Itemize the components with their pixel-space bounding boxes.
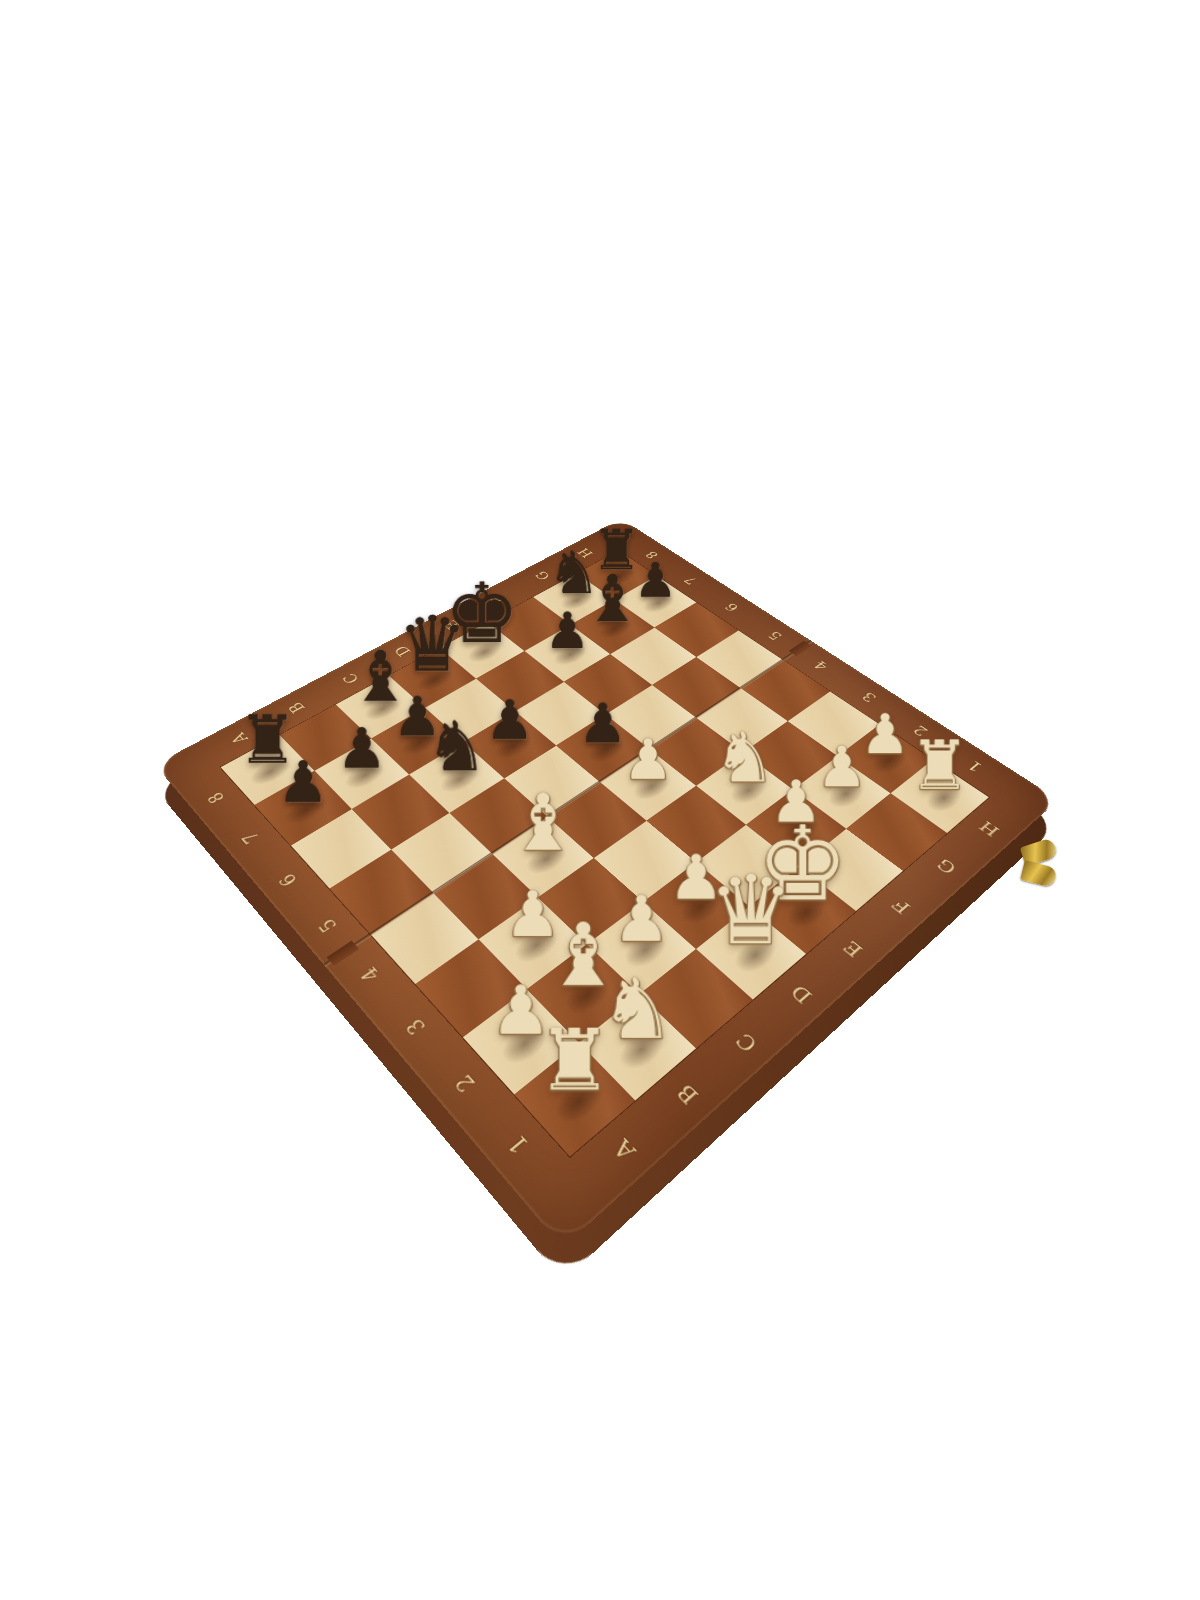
piece-black-pawn-f7: ♟ — [545, 606, 590, 656]
piece-white-pawn-g2: ♟ — [817, 739, 868, 795]
piece-white-knight-f3: ♞ — [714, 723, 776, 792]
product-photo-stage: ♜♝♛♚♞♜♟♟♟♟♝♟♞♟♟♝♟♟♞♟♝♟♟♟♟♟♜♞♛♚♜ AA88BB77… — [0, 0, 1200, 1600]
dovetail-joint-left — [327, 941, 360, 967]
rank-label-left-2: 2 — [443, 1064, 485, 1103]
perspective-container: ♜♝♛♚♞♜♟♟♟♟♝♟♞♟♟♝♟♟♞♟♝♟♟♟♟♟♜♞♛♚♜ AA88BB77… — [0, 0, 1200, 1600]
rank-label-right-7: 7 — [676, 572, 704, 590]
piece-black-pawn-e5: ♟ — [578, 697, 627, 751]
piece-white-queen-d1: ♛ — [708, 862, 794, 958]
rank-label-left-1: 1 — [496, 1124, 540, 1167]
piece-black-pawn-b7: ♟ — [337, 721, 387, 777]
board-grid: ♜♝♛♚♞♜♟♟♟♟♝♟♞♟♟♝♟♟♞♟♝♟♟♟♟♟♜♞♛♚♜ — [221, 551, 989, 1157]
square-d1: ♛ — [696, 906, 806, 999]
piece-white-bishop-c4: ♝ — [508, 783, 578, 862]
file-label-bottom-H: H — [971, 815, 1007, 842]
piece-white-rook-a1: ♜ — [537, 1019, 613, 1103]
file-label-bottom-E: E — [833, 933, 872, 966]
file-label-bottom-D: D — [781, 977, 821, 1012]
rank-label-left-8: 8 — [199, 785, 233, 811]
rank-label-right-4: 4 — [805, 655, 836, 676]
file-label-bottom-G: G — [928, 852, 965, 881]
file-label-bottom-C: C — [725, 1024, 766, 1061]
piece-white-rook-h1: ♜ — [909, 732, 970, 800]
file-label-bottom-A: A — [602, 1129, 646, 1172]
chess-board: ♜♝♛♚♞♜♟♟♟♟♝♟♞♟♟♝♟♟♞♟♝♟♟♟♟♟♜♞♛♚♜ AA88BB77… — [155, 519, 1059, 1248]
piece-white-pawn-h2: ♟ — [860, 707, 909, 762]
piece-white-pawn-e4: ♟ — [623, 732, 673, 788]
rank-label-left-5: 5 — [308, 910, 346, 942]
piece-black-pawn-d6: ♟ — [486, 693, 535, 747]
piece-black-knight-c6: ♞ — [426, 713, 488, 782]
rank-label-right-6: 6 — [717, 598, 746, 616]
file-label-bottom-B: B — [666, 1075, 709, 1115]
file-label-bottom-F: F — [882, 891, 920, 922]
piece-black-bishop-g7: ♝ — [584, 566, 642, 630]
rank-label-right-5: 5 — [760, 626, 790, 646]
rank-label-left-3: 3 — [395, 1009, 435, 1045]
rank-label-left-4: 4 — [350, 958, 389, 992]
piece-black-pawn-a7: ♟ — [278, 754, 329, 811]
clasp-lower-wing — [1020, 860, 1058, 888]
rank-label-left-6: 6 — [269, 866, 305, 896]
rank-label-left-7: 7 — [233, 824, 268, 852]
brass-clasp — [1022, 838, 1064, 890]
